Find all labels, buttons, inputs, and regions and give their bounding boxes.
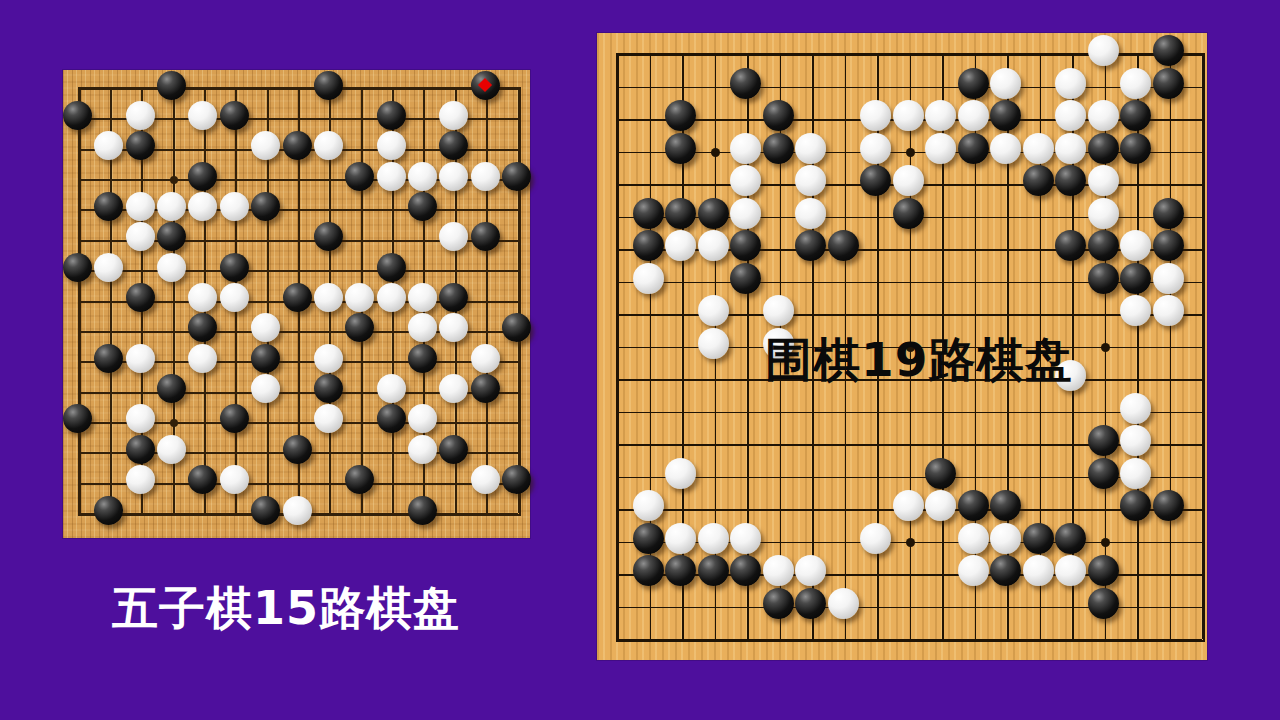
white-stone [698, 523, 729, 554]
black-stone [1153, 68, 1184, 99]
white-stone [471, 465, 500, 494]
white-stone [1023, 133, 1054, 164]
white-stone [1088, 35, 1119, 66]
white-stone [1088, 198, 1119, 229]
gomoku-board[interactable] [63, 70, 530, 538]
black-stone [1088, 425, 1119, 456]
white-stone [990, 68, 1021, 99]
white-stone [1088, 100, 1119, 131]
black-stone [220, 253, 249, 282]
black-stone [283, 435, 312, 464]
white-stone [94, 253, 123, 282]
black-stone [251, 496, 280, 525]
black-stone [126, 435, 155, 464]
black-stone [251, 344, 280, 373]
black-stone [633, 198, 664, 229]
white-stone [958, 100, 989, 131]
black-stone [1088, 230, 1119, 261]
white-stone [893, 490, 924, 521]
white-stone [377, 131, 406, 160]
white-stone [990, 523, 1021, 554]
black-stone [63, 101, 92, 130]
white-stone [377, 283, 406, 312]
white-stone [958, 555, 989, 586]
black-stone [730, 263, 761, 294]
white-stone [408, 435, 437, 464]
black-stone [1153, 230, 1184, 261]
white-stone [698, 328, 729, 359]
white-stone [220, 192, 249, 221]
black-stone [157, 374, 186, 403]
black-stone [377, 404, 406, 433]
black-stone [763, 588, 794, 619]
white-stone [1088, 165, 1119, 196]
white-stone [730, 198, 761, 229]
white-stone [763, 295, 794, 326]
black-stone [665, 133, 696, 164]
white-stone [377, 162, 406, 191]
black-stone [1088, 588, 1119, 619]
black-stone [1055, 523, 1086, 554]
white-stone [795, 198, 826, 229]
white-stone [698, 230, 729, 261]
black-stone [471, 222, 500, 251]
white-stone [1023, 555, 1054, 586]
black-stone [502, 313, 531, 342]
white-stone [1153, 263, 1184, 294]
black-stone [1088, 458, 1119, 489]
black-stone [377, 253, 406, 282]
black-stone [698, 198, 729, 229]
black-stone [730, 68, 761, 99]
black-stone [958, 133, 989, 164]
white-stone [860, 523, 891, 554]
white-stone [665, 523, 696, 554]
black-stone [1023, 523, 1054, 554]
white-stone [126, 101, 155, 130]
black-stone [1153, 35, 1184, 66]
white-stone [958, 523, 989, 554]
star-point [906, 148, 915, 157]
white-stone [893, 100, 924, 131]
white-stone [1120, 458, 1151, 489]
white-stone [439, 162, 468, 191]
white-stone [893, 165, 924, 196]
white-stone [314, 131, 343, 160]
black-stone [471, 374, 500, 403]
black-stone [828, 230, 859, 261]
black-stone [1153, 490, 1184, 521]
star-point [906, 538, 915, 547]
black-stone [502, 162, 531, 191]
black-stone [1088, 133, 1119, 164]
white-stone [157, 192, 186, 221]
black-stone [283, 131, 312, 160]
white-stone [925, 133, 956, 164]
black-stone [1088, 263, 1119, 294]
white-stone [665, 458, 696, 489]
black-stone [157, 71, 186, 100]
black-stone [314, 71, 343, 100]
white-stone [126, 404, 155, 433]
black-stone [439, 435, 468, 464]
white-stone [1153, 295, 1184, 326]
black-stone [633, 230, 664, 261]
white-stone [698, 295, 729, 326]
black-stone [314, 374, 343, 403]
white-stone [188, 344, 217, 373]
white-stone [1055, 133, 1086, 164]
black-stone [251, 192, 280, 221]
white-stone [828, 588, 859, 619]
black-stone [633, 523, 664, 554]
star-point [1101, 343, 1110, 352]
white-stone [377, 374, 406, 403]
black-stone [763, 133, 794, 164]
black-stone [220, 101, 249, 130]
black-stone [925, 458, 956, 489]
black-stone [698, 555, 729, 586]
white-stone [1055, 68, 1086, 99]
black-stone [1153, 198, 1184, 229]
white-stone [157, 253, 186, 282]
white-stone [408, 283, 437, 312]
white-stone [633, 263, 664, 294]
black-stone [408, 496, 437, 525]
black-stone [958, 490, 989, 521]
black-stone [94, 344, 123, 373]
black-stone [283, 283, 312, 312]
white-stone [126, 344, 155, 373]
black-stone [377, 101, 406, 130]
white-stone [471, 344, 500, 373]
black-stone [94, 496, 123, 525]
white-stone [633, 490, 664, 521]
white-stone [439, 101, 468, 130]
white-stone [860, 133, 891, 164]
white-stone [126, 222, 155, 251]
black-stone [314, 222, 343, 251]
white-stone [1120, 68, 1151, 99]
black-stone [893, 198, 924, 229]
white-stone [126, 465, 155, 494]
white-stone [157, 435, 186, 464]
white-stone [126, 192, 155, 221]
white-stone [220, 465, 249, 494]
white-stone [795, 133, 826, 164]
white-stone [730, 133, 761, 164]
white-stone [283, 496, 312, 525]
white-stone [763, 555, 794, 586]
white-stone [408, 162, 437, 191]
white-stone [471, 162, 500, 191]
black-stone [633, 555, 664, 586]
black-stone [1120, 263, 1151, 294]
black-stone [63, 253, 92, 282]
star-point [711, 148, 720, 157]
star-point [170, 419, 178, 427]
black-stone [795, 588, 826, 619]
star-point [1101, 538, 1110, 547]
go-board-label: 围棋19路棋盘 [765, 335, 1072, 384]
black-stone [345, 162, 374, 191]
white-stone [314, 283, 343, 312]
star-point [170, 176, 178, 184]
stage: 五子棋15路棋盘 围棋19路棋盘 [0, 0, 1280, 720]
black-stone [763, 100, 794, 131]
white-stone [220, 283, 249, 312]
black-stone [126, 131, 155, 160]
white-stone [730, 523, 761, 554]
black-stone [1023, 165, 1054, 196]
gomoku-board-label: 五子棋15路棋盘 [112, 584, 460, 632]
black-stone [126, 283, 155, 312]
black-stone [665, 198, 696, 229]
black-stone [408, 344, 437, 373]
black-stone [1120, 133, 1151, 164]
black-stone [408, 192, 437, 221]
black-stone [502, 465, 531, 494]
black-stone [1088, 555, 1119, 586]
black-stone [958, 68, 989, 99]
black-stone [188, 162, 217, 191]
white-stone [314, 344, 343, 373]
white-stone [1120, 393, 1151, 424]
white-stone [990, 133, 1021, 164]
